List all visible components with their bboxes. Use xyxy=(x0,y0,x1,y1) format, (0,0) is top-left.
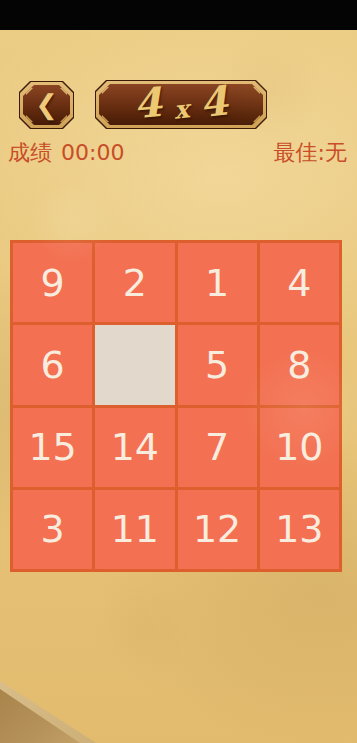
puzzle-tile[interactable]: 12 xyxy=(178,490,257,569)
puzzle-tile[interactable]: 14 xyxy=(95,408,174,487)
puzzle-tile[interactable]: 4 xyxy=(260,243,339,322)
back-button[interactable]: ❮ xyxy=(19,81,74,129)
game-screen: ❮ 4 x 4 成绩00:00 最佳:无 9 2 1 4 6 xyxy=(0,0,357,743)
back-chevron-icon: ❮ xyxy=(35,91,58,118)
score-label: 成绩 xyxy=(8,140,52,165)
status-bar xyxy=(0,0,357,30)
page-title: 4 x 4 xyxy=(134,85,229,125)
puzzle-tile[interactable]: 3 xyxy=(13,490,92,569)
puzzle-tile[interactable]: 7 xyxy=(178,408,257,487)
puzzle-tile[interactable]: 1 xyxy=(178,243,257,322)
empty-cell xyxy=(95,325,174,404)
stats-row: 成绩00:00 最佳:无 xyxy=(8,140,347,166)
puzzle-tile[interactable]: 8 xyxy=(260,325,339,404)
score-timer: 00:00 xyxy=(61,140,124,165)
puzzle-tile[interactable]: 9 xyxy=(13,243,92,322)
title-plaque-face: 4 x 4 xyxy=(99,84,263,125)
best-score-text: 最佳:无 xyxy=(274,138,347,168)
puzzle-tile[interactable]: 5 xyxy=(178,325,257,404)
puzzle-tile[interactable]: 11 xyxy=(95,490,174,569)
puzzle-tile[interactable]: 13 xyxy=(260,490,339,569)
mode-title-plaque: 4 x 4 xyxy=(95,80,267,129)
puzzle-tile[interactable]: 6 xyxy=(13,325,92,404)
score-text: 成绩00:00 xyxy=(8,138,124,168)
puzzle-tile[interactable]: 2 xyxy=(95,243,174,322)
puzzle-tile[interactable]: 15 xyxy=(13,408,92,487)
back-button-face: ❮ xyxy=(23,85,70,125)
puzzle-tile[interactable]: 10 xyxy=(260,408,339,487)
puzzle-board: 9 2 1 4 6 5 8 15 14 7 10 3 11 12 13 xyxy=(10,240,342,572)
